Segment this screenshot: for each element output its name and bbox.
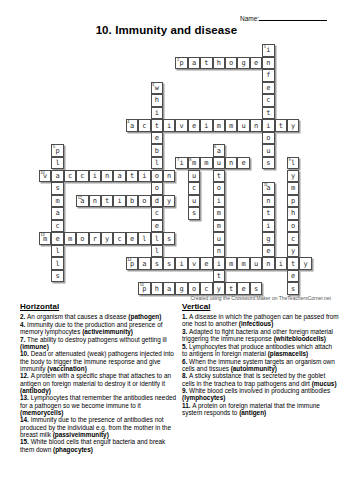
grid-cell-r17c9[interactable]: s <box>151 257 163 270</box>
grid-cell-r15c1[interactable]: e <box>51 232 63 245</box>
grid-cell-r17c17[interactable]: u <box>250 257 262 270</box>
name-field: Name: <box>240 13 327 22</box>
grid-cell-r9c15[interactable]: n <box>225 157 237 170</box>
clue-horizontal-7: 7. The ability to destroy pathogens with… <box>20 336 177 350</box>
grid-cell-r19c15[interactable]: t <box>225 282 237 295</box>
cell-letter: b <box>130 198 134 205</box>
clue-answer: (plasmacells) <box>268 350 309 357</box>
grid-cell-r13c9[interactable]: c <box>151 207 163 220</box>
clue-item-number: 6. <box>182 358 189 365</box>
grid-cell-r19c17[interactable]: s <box>250 282 262 295</box>
cell-letter: n <box>93 198 97 205</box>
cell-letter: n <box>254 123 258 130</box>
cell-letter: w <box>155 85 159 92</box>
cell-letter: t <box>204 60 208 67</box>
grid-cell-r19c20[interactable]: s <box>287 282 299 295</box>
cell-letter: g <box>179 286 183 293</box>
cell-letter: i <box>217 198 221 205</box>
grid-cell-r10c7[interactable]: t <box>126 170 138 183</box>
cell-letter: t <box>291 261 295 268</box>
vertical-clues-column: Vertical 1. A disease in which the patho… <box>182 302 339 453</box>
grid-cell-r16c9[interactable]: l <box>151 245 163 258</box>
clue-number: 1 <box>264 45 266 49</box>
grid-cell-r11c9[interactable]: o <box>151 182 163 195</box>
grid-cell-r18c1[interactable]: s <box>51 270 63 283</box>
cell-letter: c <box>291 236 295 243</box>
grid-cell-r12c20[interactable]: p <box>287 195 299 208</box>
cell-letter: y <box>291 248 295 255</box>
cell-letter: l <box>155 248 159 255</box>
clue-horizontal-14: 14. Immunity due to the presence of anti… <box>20 416 177 438</box>
horizontal-clues: 2. An organism that causes a disease (pa… <box>20 313 177 453</box>
grid-cell-r19c10[interactable]: a <box>163 282 175 295</box>
grid-cell-r17c10[interactable]: s <box>163 257 175 270</box>
grid-cell-r9c11[interactable]: 7i <box>175 157 187 170</box>
grid-cell-r6c11[interactable]: v <box>175 119 187 132</box>
grid-cell-r15c6[interactable]: c <box>113 232 125 245</box>
grid-cell-r17c14[interactable]: i <box>213 257 225 270</box>
grid-cell-r10c10[interactable]: n <box>163 170 175 183</box>
cell-letter: o <box>142 198 146 205</box>
grid-cell-r19c12[interactable]: o <box>188 282 200 295</box>
grid-cell-r19c14[interactable]: y <box>213 282 225 295</box>
cell-letter: t <box>130 173 134 180</box>
cell-letter: e <box>241 160 245 167</box>
cell-letter: l <box>55 160 59 167</box>
clue-number: 12 <box>78 196 82 200</box>
grid-cell-r9c14[interactable]: u <box>213 157 225 170</box>
cell-letter: i <box>93 173 97 180</box>
grid-cell-r5c18[interactable]: t <box>262 107 274 120</box>
grid-cell-r1c15[interactable]: o <box>225 57 237 70</box>
clue-number: 9 <box>289 158 291 162</box>
cell-letter: l <box>155 160 159 167</box>
grid-cell-r15c8[interactable]: l <box>138 232 150 245</box>
grid-cell-r12c4[interactable]: n <box>89 195 101 208</box>
clue-number: 14 <box>127 258 131 262</box>
vertical-heading: Vertical <box>182 302 339 311</box>
grid-cell-r15c18[interactable]: g <box>262 232 274 245</box>
grid-cell-r4c18[interactable]: c <box>262 94 274 107</box>
grid-cell-r1c14[interactable]: h <box>213 57 225 70</box>
grid-cell-r19c8[interactable]: 15p <box>138 282 150 295</box>
cell-letter: y <box>167 198 171 205</box>
grid-cell-r12c14[interactable]: i <box>213 195 225 208</box>
grid-cell-r14c20[interactable]: o <box>287 220 299 233</box>
clue-answer: (memorycells) <box>20 409 63 416</box>
clue-item-number: 8. <box>182 372 189 379</box>
grid-cell-r17c7[interactable]: 14p <box>126 257 138 270</box>
grid-cell-r6c16[interactable]: u <box>237 119 249 132</box>
grid-cell-r6c19[interactable]: t <box>275 119 287 132</box>
cell-letter: e <box>155 223 159 230</box>
cell-letter: e <box>266 248 270 255</box>
cell-letter: m <box>229 123 233 130</box>
cell-letter: m <box>241 261 245 268</box>
clue-answer: (phagocytes) <box>53 446 93 453</box>
grid-cell-r17c8[interactable]: a <box>138 257 150 270</box>
grid-cell-r19c16[interactable]: e <box>237 282 249 295</box>
grid-cell-r6c17[interactable]: n <box>250 119 262 132</box>
clue-item-number: 12. <box>20 372 31 379</box>
cell-letter: v <box>179 123 183 130</box>
clue-horizontal-13: 13. Lymphocytes that remember the antibo… <box>20 394 177 416</box>
cell-letter: i <box>217 261 221 268</box>
grid-cell-r12c3[interactable]: 12a <box>76 195 88 208</box>
cell-letter: e <box>130 236 134 243</box>
cell-letter: g <box>241 60 245 67</box>
clue-answer: (mucus) <box>312 380 337 387</box>
grid-cell-r1c17[interactable]: e <box>250 57 262 70</box>
grid-cell-r1c11[interactable]: 2p <box>175 57 187 70</box>
cell-letter: n <box>105 173 109 180</box>
grid-cell-r17c11[interactable]: i <box>175 257 187 270</box>
cell-letter: o <box>80 236 84 243</box>
grid-cell-r16c1[interactable]: l <box>51 245 63 258</box>
worksheet-page: Name: 10. Immunity and disease 1i2pathog… <box>0 0 353 500</box>
cell-letter: v <box>192 261 196 268</box>
cell-letter: u <box>217 236 221 243</box>
grid-cell-r11c12[interactable]: c <box>188 182 200 195</box>
grid-cell-r15c9[interactable]: l <box>151 232 163 245</box>
cell-letter: n <box>266 198 270 205</box>
cell-letter: c <box>117 236 121 243</box>
grid-cell-r10c8[interactable]: i <box>138 170 150 183</box>
grid-cell-r9c18[interactable]: s <box>262 157 274 170</box>
grid-cell-r17c19[interactable]: i <box>275 257 287 270</box>
grid-cell-r15c10[interactable]: s <box>163 232 175 245</box>
crossword-grid: 1i2pathogenf3wehcit4activeimmunityeo5pb6… <box>39 44 313 295</box>
clue-item-number: 3. <box>182 328 189 335</box>
clue-number: 6 <box>214 145 216 149</box>
grid-cell-r3c9[interactable]: 3w <box>151 82 163 95</box>
cell-letter: c <box>192 185 196 192</box>
cell-letter: b <box>155 148 159 155</box>
clue-number: 11 <box>264 183 268 187</box>
cell-letter: e <box>192 123 196 130</box>
grid-cell-r13c20[interactable]: h <box>287 207 299 220</box>
cell-letter: y <box>291 123 295 130</box>
cell-letter: m <box>204 160 208 167</box>
cell-letter: a <box>117 173 121 180</box>
clue-item-number: 14. <box>20 416 31 423</box>
cell-letter: c <box>142 123 146 130</box>
cell-letter: o <box>291 223 295 230</box>
cell-letter: m <box>55 198 59 205</box>
grid-cell-r6c15[interactable]: m <box>225 119 237 132</box>
grid-cell-r17c1[interactable]: l <box>51 257 63 270</box>
clue-answer: (passiveimmunity) <box>53 431 109 438</box>
grid-cell-r17c21[interactable]: y <box>299 257 311 270</box>
grid-cell-r3c18[interactable]: e <box>262 82 274 95</box>
clue-horizontal-12: 12. A protein with a specific shape that… <box>20 372 177 394</box>
grid-cell-r13c18[interactable]: t <box>262 207 274 220</box>
grid-cell-r6c12[interactable]: e <box>188 119 200 132</box>
grid-cell-r10c5[interactable]: n <box>101 170 113 183</box>
grid-cell-r17c13[interactable]: e <box>200 257 212 270</box>
cell-letter: i <box>266 223 270 230</box>
cell-letter: t <box>279 123 283 130</box>
grid-cell-r11c14[interactable]: o <box>213 182 225 195</box>
cell-letter: h <box>291 210 295 217</box>
grid-cell-r19c9[interactable]: h <box>151 282 163 295</box>
clue-number: 2 <box>177 58 179 62</box>
cell-letter: i <box>179 261 183 268</box>
clue-item-number: 7. <box>20 336 27 343</box>
cell-letter: o <box>217 185 221 192</box>
grid-cell-r12c7[interactable]: b <box>126 195 138 208</box>
clue-item-number: 15. <box>20 438 31 445</box>
cell-letter: m <box>229 261 233 268</box>
clue-item-number: 1. <box>182 313 189 320</box>
grid-cell-r17c12[interactable]: v <box>188 257 200 270</box>
cell-letter: n <box>167 173 171 180</box>
cell-letter: n <box>266 261 270 268</box>
cell-letter: e <box>241 286 245 293</box>
grid-cell-r8c18[interactable]: u <box>262 144 274 157</box>
cell-letter: t <box>155 123 159 130</box>
grid-cell-r6c10[interactable]: i <box>163 119 175 132</box>
grid-cell-r8c9[interactable]: b <box>151 144 163 157</box>
cell-letter: g <box>266 236 270 243</box>
grid-cell-r16c20[interactable]: y <box>287 245 299 258</box>
cell-letter: e <box>155 135 159 142</box>
clue-number: 13 <box>41 233 45 237</box>
cell-letter: i <box>266 123 270 130</box>
cell-letter: p <box>55 148 59 155</box>
clue-horizontal-2: 2. An organism that causes a disease (pa… <box>20 313 177 320</box>
clue-horizontal-10: 10. Dead or attenuated (weak) pathogens … <box>20 350 177 372</box>
cell-letter: e <box>291 273 295 280</box>
grid-cell-r9c13[interactable]: m <box>200 157 212 170</box>
clue-vertical-8: 8. A sticky substance that is secreted b… <box>182 372 339 386</box>
grid-cell-r15c2[interactable]: m <box>64 232 76 245</box>
clue-answer: (activeimmunity) <box>82 328 133 335</box>
grid-cell-r2c18[interactable]: f <box>262 69 274 82</box>
cell-letter: y <box>303 261 307 268</box>
grid-cell-r4c9[interactable]: h <box>151 94 163 107</box>
cell-letter: y <box>105 236 109 243</box>
cell-letter: u <box>266 148 270 155</box>
cell-letter: a <box>130 123 134 130</box>
grid-cell-r14c9[interactable]: e <box>151 220 163 233</box>
grid-cell-r12c9[interactable]: d <box>151 195 163 208</box>
grid-cell-r1c18[interactable]: n <box>262 57 274 70</box>
clue-answer: (pathogen) <box>128 313 161 320</box>
cell-letter: c <box>55 223 59 230</box>
cell-letter: d <box>155 198 159 205</box>
clue-vertical-6: 6. When the immune system targets an org… <box>182 358 339 372</box>
name-label: Name: <box>240 15 259 22</box>
clue-number: 8 <box>189 158 191 162</box>
grid-cell-r16c14[interactable]: n <box>213 245 225 258</box>
cell-letter: n <box>266 60 270 67</box>
clue-answer: (immune) <box>20 343 49 350</box>
grid-cell-r12c5[interactable]: t <box>101 195 113 208</box>
clue-answer: (antibody) <box>20 387 51 394</box>
clues-section: Horizontal 2. An organism that causes a … <box>20 302 339 453</box>
cell-letter: a <box>167 286 171 293</box>
grid-cell-r10c4[interactable]: i <box>89 170 101 183</box>
cell-letter: t <box>217 173 221 180</box>
clue-answer: (infectious) <box>239 320 273 327</box>
grid-cell-r17c18[interactable]: n <box>262 257 274 270</box>
grid-cell-r9c12[interactable]: 8m <box>188 157 200 170</box>
grid-cell-r6c8[interactable]: c <box>138 119 150 132</box>
grid-cell-r17c20[interactable]: t <box>287 257 299 270</box>
grid-cell-r6c13[interactable]: i <box>200 119 212 132</box>
grid-cell-r10c2[interactable]: c <box>64 170 76 183</box>
cell-letter: o <box>192 286 196 293</box>
cell-letter: p <box>291 198 295 205</box>
grid-cell-r12c10[interactable]: y <box>163 195 175 208</box>
cell-letter: u <box>217 160 221 167</box>
grid-cell-r16c18[interactable]: e <box>262 245 274 258</box>
grid-cell-r19c11[interactable]: g <box>175 282 187 295</box>
clue-vertical-3: 3. Adapted to fight bacteria and other f… <box>182 328 339 342</box>
clue-item-number: 9. <box>182 387 189 394</box>
grid-cell-r12c8[interactable]: o <box>138 195 150 208</box>
grid-cell-r9c9[interactable]: l <box>151 157 163 170</box>
cell-letter: h <box>217 60 221 67</box>
cell-letter: i <box>179 160 183 167</box>
grid-cell-r11c20[interactable]: m <box>287 182 299 195</box>
grid-cell-r11c18[interactable]: 11a <box>262 182 274 195</box>
grid-cell-r15c7[interactable]: e <box>126 232 138 245</box>
cell-letter: h <box>155 286 159 293</box>
cell-letter: c <box>155 210 159 217</box>
grid-cell-r12c1[interactable]: m <box>51 195 63 208</box>
cell-letter: s <box>155 261 159 268</box>
grid-cell-r7c9[interactable]: e <box>151 132 163 145</box>
grid-cell-r10c9[interactable]: o <box>151 170 163 183</box>
grid-cell-r12c18[interactable]: n <box>262 195 274 208</box>
cell-letter: t <box>229 286 233 293</box>
grid-cell-r12c6[interactable]: i <box>113 195 125 208</box>
grid-cell-r14c14[interactable]: m <box>213 220 225 233</box>
cell-letter: m <box>291 185 295 192</box>
grid-cell-r0c18[interactable]: 1i <box>262 44 274 57</box>
clue-vertical-1: 1. A disease in which the pathogen can b… <box>182 313 339 327</box>
grid-cell-r18c14[interactable]: t <box>213 270 225 283</box>
grid-cell-r11c1[interactable]: s <box>51 182 63 195</box>
grid-cell-r6c18[interactable]: i <box>262 119 274 132</box>
horizontal-clues-column: Horizontal 2. An organism that causes a … <box>20 302 177 453</box>
cell-letter: c <box>204 286 208 293</box>
cell-letter: i <box>266 47 270 54</box>
cell-letter: i <box>167 123 171 130</box>
grid-cell-r9c1[interactable]: l <box>51 157 63 170</box>
grid-cell-r15c3[interactable]: o <box>76 232 88 245</box>
cell-letter: c <box>68 173 72 180</box>
clue-vertical-11: 11. A protein on foreign material that t… <box>182 402 339 416</box>
clue-answer: (autoimmunity) <box>231 365 277 372</box>
cell-letter: a <box>55 173 59 180</box>
grid-cell-r10c3[interactable]: c <box>76 170 88 183</box>
clue-horizontal-15: 15. White blood cells that engulf bacter… <box>20 438 177 452</box>
grid-cell-r13c12[interactable]: s <box>188 207 200 220</box>
grid-cell-r15c0[interactable]: 13m <box>39 232 51 245</box>
cell-letter: t <box>266 210 270 217</box>
cell-letter: s <box>192 210 196 217</box>
grid-cell-r10c12[interactable]: u <box>188 170 200 183</box>
grid-cell-r1c13[interactable]: t <box>200 57 212 70</box>
grid-cell-r5c9[interactable]: i <box>151 107 163 120</box>
grid-cell-r8c14[interactable]: 6a <box>213 144 225 157</box>
cell-letter: y <box>291 173 295 180</box>
grid-cell-r6c7[interactable]: 4a <box>126 119 138 132</box>
grid-cell-r8c1[interactable]: 5p <box>51 144 63 157</box>
grid-cell-r15c5[interactable]: y <box>101 232 113 245</box>
clue-item-number: 2. <box>20 313 27 320</box>
grid-cell-r14c18[interactable]: i <box>262 220 274 233</box>
grid-cell-r19c13[interactable]: c <box>200 282 212 295</box>
clue-number: 3 <box>152 83 154 87</box>
grid-cell-r10c14[interactable]: t <box>213 170 225 183</box>
cell-letter: u <box>192 198 196 205</box>
grid-cell-r1c16[interactable]: g <box>237 57 249 70</box>
clue-item-number: 10. <box>20 350 31 357</box>
clue-item-number: 13. <box>20 394 31 401</box>
cell-letter: s <box>55 185 59 192</box>
cell-letter: u <box>254 261 258 268</box>
cell-letter: s <box>254 286 258 293</box>
cell-letter: e <box>204 261 208 268</box>
clue-answer: (vaccination) <box>47 365 86 372</box>
grid-cell-r17c15[interactable]: m <box>225 257 237 270</box>
cell-letter: t <box>105 198 109 205</box>
cell-letter: a <box>142 261 146 268</box>
horizontal-heading: Horizontal <box>20 302 177 311</box>
grid-cell-r6c9[interactable]: t <box>151 119 163 132</box>
grid-cell-r10c0[interactable]: 10v <box>39 170 51 183</box>
grid-cell-r12c12[interactable]: u <box>188 195 200 208</box>
cell-letter: e <box>55 236 59 243</box>
cell-letter: a <box>55 210 59 217</box>
grid-cell-r1c12[interactable]: a <box>188 57 200 70</box>
grid-cell-r9c20[interactable]: 9l <box>287 157 299 170</box>
grid-cell-r10c6[interactable]: a <box>113 170 125 183</box>
clue-number: 5 <box>53 145 55 149</box>
grid-cell-r15c20[interactable]: c <box>287 232 299 245</box>
cell-letter: s <box>266 160 270 167</box>
grid-cell-r18c20[interactable]: e <box>287 270 299 283</box>
clue-item-number: 5. <box>182 343 189 350</box>
page-title: 10. Immunity and disease <box>0 24 333 36</box>
grid-cell-r10c1[interactable]: a <box>51 170 63 183</box>
grid-cell-r6c20[interactable]: y <box>287 119 299 132</box>
grid-cell-r15c4[interactable]: r <box>89 232 101 245</box>
cell-letter: m <box>217 210 221 217</box>
name-blank-line <box>259 13 327 21</box>
clue-number: 4 <box>127 120 129 124</box>
grid-cell-r10c20[interactable]: y <box>287 170 299 183</box>
grid-cell-r14c1[interactable]: c <box>51 220 63 233</box>
cell-letter: i <box>142 173 146 180</box>
grid-cell-r9c16[interactable]: e <box>237 157 249 170</box>
grid-cell-r15c14[interactable]: u <box>213 232 225 245</box>
clue-answer: (antigen) <box>239 409 266 416</box>
cell-letter: p <box>179 60 183 67</box>
cell-letter: o <box>155 173 159 180</box>
grid-cell-r17c16[interactable]: m <box>237 257 249 270</box>
grid-cell-r6c14[interactable]: m <box>213 119 225 132</box>
grid-cell-r13c1[interactable]: a <box>51 207 63 220</box>
grid-cell-r7c18[interactable]: o <box>262 132 274 145</box>
vertical-clues: 1. A disease in which the pathogen can b… <box>182 313 339 416</box>
grid-cell-r13c14[interactable]: m <box>213 207 225 220</box>
clue-horizontal-4: 4. Immunity due to the production and pr… <box>20 321 177 335</box>
